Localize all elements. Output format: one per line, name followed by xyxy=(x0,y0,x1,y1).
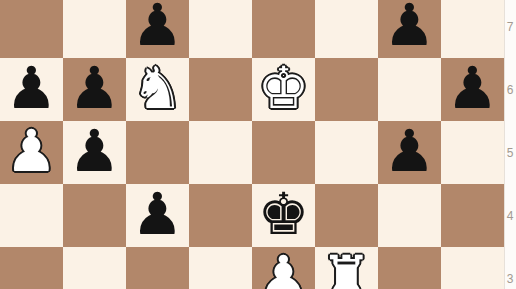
square-b6[interactable]: ♟ xyxy=(63,58,126,121)
square-h5[interactable] xyxy=(441,121,504,184)
square-h4[interactable] xyxy=(441,184,504,247)
square-a5[interactable]: ♟ xyxy=(0,121,63,184)
black-pawn-g7[interactable]: ♟ xyxy=(384,0,436,54)
white-pawn-a5[interactable]: ♟ xyxy=(6,122,58,180)
square-b3[interactable] xyxy=(63,247,126,289)
white-pawn-e3[interactable]: ♟ xyxy=(258,248,310,289)
white-knight-c6[interactable]: ♞ xyxy=(132,59,184,117)
white-king-e6[interactable]: ♚ xyxy=(258,59,310,117)
black-pawn-a6[interactable]: ♟ xyxy=(6,59,58,117)
black-pawn-b6[interactable]: ♟ xyxy=(69,59,121,117)
square-d7[interactable] xyxy=(189,0,252,58)
square-e7[interactable] xyxy=(252,0,315,58)
rank-label-6: 6 xyxy=(504,84,516,96)
rank-label-7: 7 xyxy=(504,21,516,33)
square-c7[interactable]: ♟ xyxy=(126,0,189,58)
square-c5[interactable] xyxy=(126,121,189,184)
white-rook-f3[interactable]: ♜ xyxy=(321,248,373,289)
rank-label-5: 5 xyxy=(504,147,516,159)
square-e3[interactable]: ♟ xyxy=(252,247,315,289)
square-f3[interactable]: ♜ xyxy=(315,247,378,289)
square-d5[interactable] xyxy=(189,121,252,184)
square-c3[interactable] xyxy=(126,247,189,289)
square-a7[interactable] xyxy=(0,0,63,58)
rank-coordinate-strip xyxy=(504,0,516,289)
square-d4[interactable] xyxy=(189,184,252,247)
square-h6[interactable]: ♟ xyxy=(441,58,504,121)
square-f4[interactable] xyxy=(315,184,378,247)
square-e6[interactable]: ♚ xyxy=(252,58,315,121)
square-g7[interactable]: ♟ xyxy=(378,0,441,58)
square-g3[interactable] xyxy=(378,247,441,289)
rank-label-4: 4 xyxy=(504,210,516,222)
chess-board-viewport: ♟♟♟♟♞♚♟♟♟♟♟♚♟♜ 76543 xyxy=(0,0,516,289)
square-c4[interactable]: ♟ xyxy=(126,184,189,247)
square-f5[interactable] xyxy=(315,121,378,184)
square-c6[interactable]: ♞ xyxy=(126,58,189,121)
square-b5[interactable]: ♟ xyxy=(63,121,126,184)
black-pawn-g5[interactable]: ♟ xyxy=(384,122,436,180)
chess-board[interactable]: ♟♟♟♟♞♚♟♟♟♟♟♚♟♜ xyxy=(0,0,504,289)
black-pawn-c4[interactable]: ♟ xyxy=(132,185,184,243)
square-d3[interactable] xyxy=(189,247,252,289)
square-f6[interactable] xyxy=(315,58,378,121)
square-h3[interactable] xyxy=(441,247,504,289)
square-g6[interactable] xyxy=(378,58,441,121)
square-e4[interactable]: ♚ xyxy=(252,184,315,247)
square-g4[interactable] xyxy=(378,184,441,247)
rank-label-3: 3 xyxy=(504,273,516,285)
square-d6[interactable] xyxy=(189,58,252,121)
square-g5[interactable]: ♟ xyxy=(378,121,441,184)
square-e5[interactable] xyxy=(252,121,315,184)
square-a6[interactable]: ♟ xyxy=(0,58,63,121)
square-a3[interactable] xyxy=(0,247,63,289)
square-b4[interactable] xyxy=(63,184,126,247)
black-king-e4[interactable]: ♚ xyxy=(258,185,310,243)
square-b7[interactable] xyxy=(63,0,126,58)
black-pawn-c7[interactable]: ♟ xyxy=(132,0,184,54)
square-a4[interactable] xyxy=(0,184,63,247)
black-pawn-b5[interactable]: ♟ xyxy=(69,122,121,180)
square-f7[interactable] xyxy=(315,0,378,58)
square-h7[interactable] xyxy=(441,0,504,58)
black-pawn-h6[interactable]: ♟ xyxy=(447,59,499,117)
